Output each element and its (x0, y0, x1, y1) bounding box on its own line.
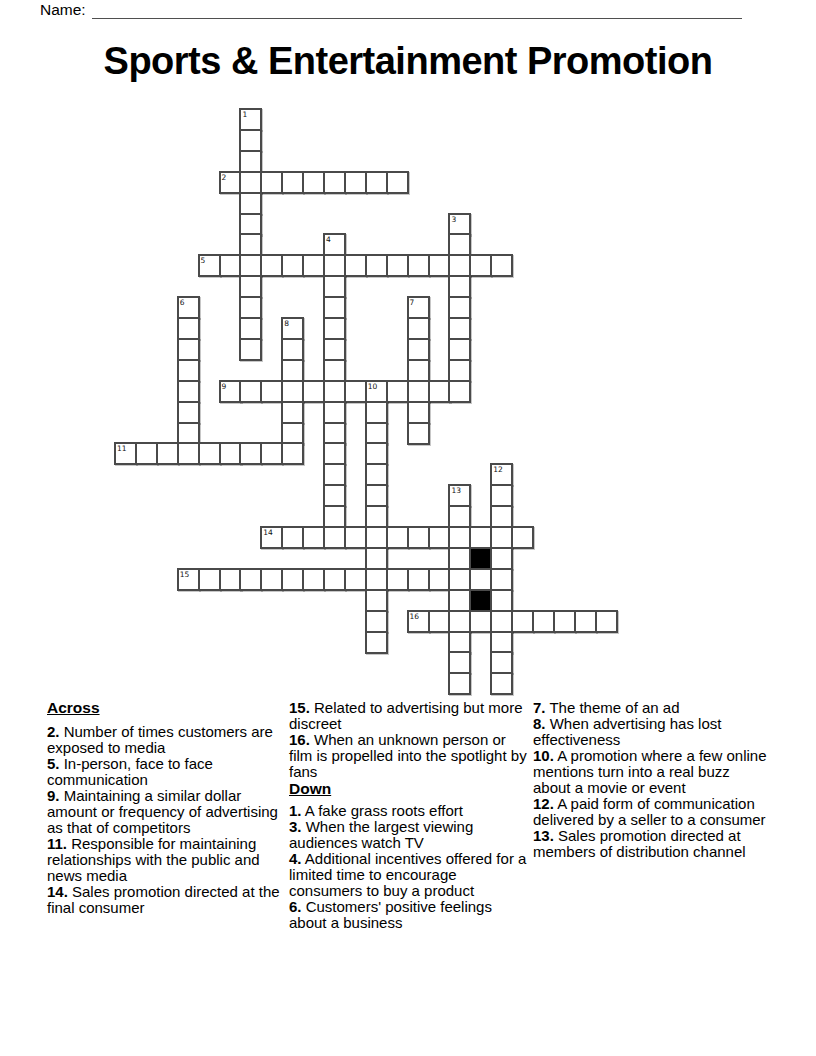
clue-text: Additional incentives offered for a limi… (289, 850, 526, 899)
across-clues-list: 2. Number of times customers are exposed… (47, 724, 285, 916)
grid-cell[interactable] (574, 610, 597, 633)
clue-number: 13. (533, 827, 554, 844)
grid-cell[interactable] (302, 380, 325, 403)
cell-number: 5 (201, 256, 206, 265)
grid-cell[interactable] (281, 380, 304, 403)
grid-cell[interactable] (323, 568, 346, 591)
grid-cell[interactable] (344, 568, 367, 591)
grid-cell[interactable] (239, 317, 262, 340)
grid-cell[interactable] (448, 296, 471, 319)
cell-number: 14 (263, 528, 273, 537)
cell-number: 3 (451, 215, 456, 224)
cell-number: 10 (368, 382, 378, 391)
grid-cell[interactable] (177, 317, 200, 340)
grid-cell[interactable] (428, 380, 451, 403)
grid-cell[interactable] (302, 568, 325, 591)
grid-cell[interactable] (407, 317, 430, 340)
grid-cell[interactable] (365, 505, 388, 528)
grid-cell[interactable]: 10 (365, 380, 388, 403)
cell-number: 8 (284, 319, 289, 328)
grid-cell[interactable] (260, 568, 283, 591)
clue-item-down-12: 12. A paid form of communication deliver… (533, 796, 771, 828)
grid-cell[interactable] (490, 631, 513, 654)
grid-cell[interactable]: 5 (198, 254, 221, 277)
grid-cell[interactable] (219, 568, 242, 591)
cell-number: 15 (180, 570, 190, 579)
clue-text: A promotion where a few online mentions … (533, 747, 767, 796)
grid-cell[interactable] (448, 547, 471, 570)
grid-cell[interactable] (177, 401, 200, 424)
grid-cell[interactable]: 2 (219, 171, 242, 194)
grid-cell[interactable] (177, 380, 200, 403)
grid-cell[interactable] (135, 442, 158, 465)
grid-cell[interactable] (532, 610, 555, 633)
grid-cell[interactable] (490, 547, 513, 570)
grid-cell[interactable] (448, 317, 471, 340)
grid-cell[interactable] (323, 505, 346, 528)
grid-cell[interactable] (448, 505, 471, 528)
clue-text: Number of times customers are exposed to… (47, 723, 273, 756)
grid-cell[interactable] (386, 526, 409, 549)
cell-number: 13 (451, 486, 461, 495)
clue-number: 15. (289, 699, 310, 716)
clue-item-across-5: 5. In-person, face to face communication (47, 756, 285, 788)
clue-number: 7. (533, 699, 546, 716)
grid-cell[interactable] (365, 463, 388, 486)
grid-cell[interactable] (490, 484, 513, 507)
clue-item-down-10: 10. A promotion where a few online menti… (533, 748, 771, 796)
grid-cell[interactable] (490, 651, 513, 674)
grid-cell[interactable] (323, 422, 346, 445)
grid-cell[interactable] (323, 463, 346, 486)
clue-item-down-13: 13. Sales promotion directed at members … (533, 828, 771, 860)
grid-cell[interactable] (302, 526, 325, 549)
grid-cell[interactable]: 11 (114, 442, 137, 465)
across-clues-list-continued: 15. Related to advertising but more disc… (289, 700, 527, 780)
grid-cell[interactable] (365, 526, 388, 549)
grid-cell[interactable] (365, 484, 388, 507)
grid-cell[interactable] (365, 547, 388, 570)
grid-cell[interactable] (323, 254, 346, 277)
grid-cell[interactable] (344, 254, 367, 277)
clue-number: 6. (289, 898, 302, 915)
grid-cell[interactable] (260, 380, 283, 403)
down-clues-list: 1. A fake grass roots effort3. When the … (289, 803, 527, 931)
grid-cell[interactable]: 9 (219, 380, 242, 403)
grid-cell[interactable] (448, 610, 471, 633)
grid-cell[interactable] (511, 610, 534, 633)
grid-cell[interactable] (239, 171, 262, 194)
grid-cell[interactable] (407, 422, 430, 445)
cell-number: 6 (180, 298, 185, 307)
grid-cell[interactable] (448, 380, 471, 403)
down-clues-list-continued: 7. The theme of an ad8. When advertising… (533, 700, 771, 860)
cell-number: 16 (410, 612, 420, 621)
cell-number: 4 (326, 235, 331, 244)
grid-cell[interactable] (469, 568, 492, 591)
grid-cell[interactable] (386, 380, 409, 403)
grid-cell[interactable] (428, 526, 451, 549)
grid-cell[interactable] (219, 254, 242, 277)
grid-cell[interactable] (448, 359, 471, 382)
grid-cell[interactable] (198, 442, 221, 465)
cell-number: 9 (222, 382, 227, 391)
clues-column-left: Across 2. Number of times customers are … (47, 700, 285, 916)
grid-cell[interactable] (281, 171, 304, 194)
grid-cell[interactable] (239, 192, 262, 215)
grid-cell[interactable] (323, 442, 346, 465)
grid-cell[interactable] (323, 401, 346, 424)
grid-cell[interactable] (365, 171, 388, 194)
grid-cell[interactable] (490, 568, 513, 591)
clue-number: 3. (289, 818, 302, 835)
grid-cell[interactable] (239, 275, 262, 298)
page-title: Sports & Entertainment Promotion (0, 40, 816, 83)
grid-cell[interactable] (490, 589, 513, 612)
clue-text: When an unknown person or film is propel… (289, 731, 527, 780)
grid-cell[interactable] (490, 526, 513, 549)
grid-cell[interactable] (260, 442, 283, 465)
clue-text: In-person, face to face communication (47, 755, 213, 788)
grid-cell[interactable] (281, 401, 304, 424)
grid-cell[interactable] (448, 631, 471, 654)
grid-cell[interactable] (281, 359, 304, 382)
name-blank-line[interactable] (92, 2, 742, 19)
grid-cell[interactable] (198, 568, 221, 591)
grid-cell[interactable] (323, 171, 346, 194)
grid-cell[interactable] (239, 213, 262, 236)
clue-text: Related to advertising but more discreet (289, 699, 522, 732)
clue-item-down-7: 7. The theme of an ad (533, 700, 771, 716)
name-row: Name: (40, 1, 742, 19)
grid-cell[interactable]: 6 (177, 296, 200, 319)
clue-text: The theme of an ad (546, 699, 680, 716)
clue-text: When the largest viewing audiences watch… (289, 818, 473, 851)
grid-cell[interactable] (511, 526, 534, 549)
clue-text: Sales promotion directed at the final co… (47, 883, 280, 916)
grid-cell[interactable] (448, 526, 471, 549)
clue-text: Responsible for maintaining relationship… (47, 835, 260, 884)
cell-number: 7 (410, 298, 415, 307)
grid-cell[interactable] (428, 254, 451, 277)
clue-item-down-6: 6. Customers' positive feelings about a … (289, 899, 527, 931)
grid-cell[interactable] (365, 610, 388, 633)
grid-cell[interactable] (239, 150, 262, 173)
clue-number: 11. (47, 835, 67, 852)
grid-cell[interactable] (239, 442, 262, 465)
clue-number: 9. (47, 787, 60, 804)
grid-cell[interactable] (407, 401, 430, 424)
clue-number: 8. (533, 715, 546, 732)
grid-cell[interactable] (448, 338, 471, 361)
grid-cell[interactable] (177, 359, 200, 382)
grid-cell[interactable] (428, 610, 451, 633)
clue-number: 2. (47, 723, 60, 740)
grid-cell[interactable] (407, 254, 430, 277)
black-cell (469, 547, 492, 570)
worksheet-page: Name: Sports & Entertainment Promotion 1… (0, 0, 816, 1056)
grid-cell[interactable]: 15 (177, 568, 200, 591)
clue-number: 1. (289, 802, 302, 819)
grid-cell[interactable]: 14 (260, 526, 283, 549)
grid-cell[interactable]: 8 (281, 317, 304, 340)
grid-cell[interactable] (407, 359, 430, 382)
clue-item-across-9: 9. Maintaining a similar dollar amount o… (47, 788, 285, 836)
grid-cell[interactable] (323, 359, 346, 382)
black-cell (469, 589, 492, 612)
grid-cell[interactable] (365, 254, 388, 277)
grid-cell[interactable] (239, 129, 262, 152)
grid-cell[interactable] (177, 338, 200, 361)
clue-text: A fake grass roots effort (302, 802, 463, 819)
clue-number: 12. (533, 795, 554, 812)
clues-column-middle: 15. Related to advertising but more disc… (289, 700, 527, 931)
grid-cell[interactable] (323, 296, 346, 319)
clue-number: 4. (289, 850, 302, 867)
grid-cell[interactable] (219, 442, 242, 465)
clue-text: Maintaining a similar dollar amount or f… (47, 787, 278, 836)
grid-cell[interactable] (239, 233, 262, 256)
grid-cell[interactable] (344, 380, 367, 403)
grid-cell[interactable] (448, 672, 471, 695)
grid-cell[interactable] (407, 338, 430, 361)
grid-cell[interactable] (365, 442, 388, 465)
grid-cell[interactable] (469, 610, 492, 633)
grid-cell[interactable] (323, 338, 346, 361)
clue-item-across-16: 16. When an unknown person or film is pr… (289, 732, 527, 780)
grid-cell[interactable]: 12 (490, 463, 513, 486)
grid-cell[interactable] (323, 380, 346, 403)
grid-cell[interactable] (595, 610, 618, 633)
grid-cell[interactable] (553, 610, 576, 633)
grid-cell[interactable] (281, 442, 304, 465)
grid-cell[interactable] (490, 610, 513, 633)
grid-cell[interactable] (281, 254, 304, 277)
grid-cell[interactable] (239, 296, 262, 319)
cell-number: 1 (242, 110, 247, 119)
grid-cell[interactable] (490, 254, 513, 277)
grid-cell[interactable] (302, 254, 325, 277)
grid-cell[interactable] (428, 568, 451, 591)
grid-cell[interactable] (386, 171, 409, 194)
name-label: Name: (40, 1, 86, 19)
grid-cell[interactable] (407, 380, 430, 403)
grid-cell[interactable]: 16 (407, 610, 430, 633)
clue-text: A paid form of communication delivered b… (533, 795, 766, 828)
down-header: Down (289, 781, 527, 797)
grid-cell[interactable] (156, 442, 179, 465)
grid-cell[interactable] (386, 254, 409, 277)
grid-cell[interactable] (448, 275, 471, 298)
grid-cell[interactable] (323, 526, 346, 549)
clue-item-across-11: 11. Responsible for maintaining relation… (47, 836, 285, 884)
grid-cell[interactable] (448, 568, 471, 591)
grid-cell[interactable] (365, 568, 388, 591)
clue-number: 16. (289, 731, 310, 748)
grid-cell[interactable] (260, 254, 283, 277)
cell-number: 11 (117, 444, 127, 453)
grid-cell[interactable] (469, 526, 492, 549)
grid-cell[interactable] (344, 171, 367, 194)
grid-cell[interactable] (448, 651, 471, 674)
grid-cell[interactable] (281, 338, 304, 361)
grid-cell[interactable]: 4 (323, 233, 346, 256)
grid-cell[interactable] (239, 338, 262, 361)
grid-cell[interactable] (281, 568, 304, 591)
grid-cell[interactable] (177, 442, 200, 465)
clue-text: Sales promotion directed at members of d… (533, 827, 746, 860)
grid-cell[interactable] (448, 589, 471, 612)
grid-cell[interactable] (365, 422, 388, 445)
clue-number: 10. (533, 747, 554, 764)
grid-cell[interactable] (365, 631, 388, 654)
grid-cell[interactable] (177, 422, 200, 445)
grid-cell[interactable] (344, 526, 367, 549)
grid-cell[interactable] (490, 505, 513, 528)
clue-item-across-14: 14. Sales promotion directed at the fina… (47, 884, 285, 916)
cell-number: 12 (493, 465, 503, 474)
grid-cell[interactable] (469, 254, 492, 277)
clue-text: Customers' positive feelings about a bus… (289, 898, 492, 931)
clue-text: When advertising has lost effectiveness (533, 715, 721, 748)
clue-item-across-15: 15. Related to advertising but more disc… (289, 700, 527, 732)
grid-cell[interactable]: 7 (407, 296, 430, 319)
grid-cell[interactable] (386, 568, 409, 591)
grid-cell[interactable] (365, 401, 388, 424)
crossword-grid: 12345678910111213141516 (114, 108, 620, 698)
grid-cell[interactable] (365, 589, 388, 612)
clue-number: 5. (47, 755, 60, 772)
grid-cell[interactable] (281, 422, 304, 445)
grid-cell[interactable]: 1 (239, 108, 262, 131)
grid-cell[interactable] (239, 568, 262, 591)
grid-cell[interactable] (448, 233, 471, 256)
grid-cell[interactable] (260, 171, 283, 194)
grid-cell[interactable] (281, 526, 304, 549)
grid-cell[interactable] (239, 380, 262, 403)
cell-number: 2 (222, 173, 227, 182)
grid-cell[interactable] (407, 526, 430, 549)
grid-cell[interactable]: 3 (448, 213, 471, 236)
clue-item-down-4: 4. Additional incentives offered for a l… (289, 851, 527, 899)
clue-number: 14. (47, 883, 68, 900)
clue-item-down-8: 8. When advertising has lost effectivene… (533, 716, 771, 748)
across-header: Across (47, 700, 285, 716)
grid-cell[interactable] (302, 171, 325, 194)
clue-item-down-1: 1. A fake grass roots effort (289, 803, 527, 819)
clue-item-down-3: 3. When the largest viewing audiences wa… (289, 819, 527, 851)
grid-cell[interactable] (407, 568, 430, 591)
grid-cell[interactable] (323, 275, 346, 298)
clue-item-across-2: 2. Number of times customers are exposed… (47, 724, 285, 756)
grid-cell[interactable] (490, 672, 513, 695)
grid-cell[interactable] (239, 254, 262, 277)
grid-cell[interactable] (323, 317, 346, 340)
grid-cell[interactable] (448, 254, 471, 277)
grid-cell[interactable] (323, 484, 346, 507)
clues-column-right: 7. The theme of an ad8. When advertising… (533, 700, 771, 860)
grid-cell[interactable]: 13 (448, 484, 471, 507)
